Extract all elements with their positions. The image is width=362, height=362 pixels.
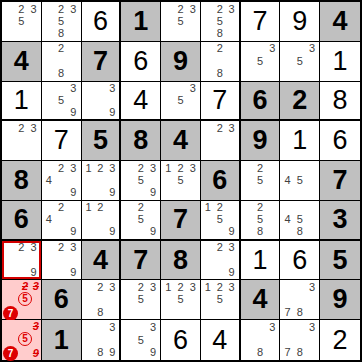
cell-r8c7[interactable]: 4 <box>241 280 281 320</box>
pencil-marks: 1239 <box>83 162 119 199</box>
pencil-marks: 2349 <box>43 162 80 199</box>
candidate-3: 3 <box>28 242 40 254</box>
candidate-2: 2 <box>135 202 147 214</box>
cell-r6c2[interactable]: 249 <box>42 201 82 241</box>
candidate-1: 1 <box>83 162 95 174</box>
candidate-5: 5 <box>135 334 147 347</box>
pencil-marks: 258 <box>242 202 279 238</box>
candidate-2: 2 <box>214 242 226 254</box>
given-digit: 8 <box>173 247 188 274</box>
candidate-9: 9 <box>106 106 118 118</box>
candidate-2: 2 <box>55 202 67 214</box>
mark-slot-5: 5 <box>18 332 32 346</box>
candidate-5: 5 <box>294 174 306 186</box>
cell-r8c9[interactable]: 9 <box>320 280 360 320</box>
entered-digit: 6 <box>333 127 348 154</box>
pencil-marks: 259 <box>122 202 159 238</box>
entered-digit: 8 <box>333 87 348 114</box>
given-digit: 2 <box>292 87 307 114</box>
candidate-8: 8 <box>294 226 306 238</box>
candidate-2: 2 <box>214 202 226 214</box>
candidate-8: 8 <box>94 346 106 359</box>
eliminated-candidate-2: 2 <box>18 281 32 292</box>
candidate-3: 3 <box>266 43 278 55</box>
entered-digit: 2 <box>333 327 348 354</box>
pencil-marks: 239 <box>202 242 238 279</box>
pencil-marks: 28 <box>202 43 238 80</box>
cell-r8c4[interactable]: 235 <box>121 280 161 320</box>
pencil-marks: 235 <box>122 281 159 318</box>
cell-r3c3[interactable]: 39 <box>82 82 122 122</box>
cell-r5c6[interactable]: 6 <box>201 161 241 201</box>
entered-digit: 7 <box>212 87 227 114</box>
candidate-2: 2 <box>174 162 186 174</box>
cell-r5c7[interactable]: 25 <box>241 161 281 201</box>
candidate-2: 2 <box>214 43 226 55</box>
candidate-3: 3 <box>106 281 118 293</box>
candidate-3: 3 <box>67 3 79 15</box>
candidate-5: 5 <box>214 15 226 27</box>
candidate-4: 4 <box>281 174 293 186</box>
cell-r3c9[interactable]: 8 <box>320 82 360 122</box>
candidate-9: 9 <box>147 346 159 359</box>
entered-digit: 1 <box>253 247 268 274</box>
cell-r1c8[interactable]: 9 <box>280 2 320 42</box>
pencil-marks: 378 <box>281 281 318 318</box>
cell-r7c2[interactable]: 239 <box>42 241 82 281</box>
candidate-3: 3 <box>67 83 79 95</box>
entered-digit: 7 <box>253 8 268 35</box>
candidate-3: 3 <box>147 162 159 174</box>
pencil-marks: 359 <box>43 83 80 119</box>
eliminated-candidate-3: 3 <box>32 281 40 292</box>
cell-r4c6[interactable]: 23 <box>201 121 241 161</box>
cell-r7c3[interactable]: 4 <box>82 241 122 281</box>
given-digit: 6 <box>54 286 69 313</box>
candidate-2: 2 <box>55 43 67 55</box>
candidate-8: 8 <box>214 67 226 79</box>
cell-r9c7[interactable]: 38 <box>241 320 281 360</box>
candidate-9: 9 <box>28 266 40 278</box>
candidate-2: 2 <box>214 122 226 134</box>
candidate-8: 8 <box>55 28 67 40</box>
cell-r2c1[interactable]: 4 <box>2 42 42 82</box>
cell-r3c7[interactable]: 6 <box>241 82 281 122</box>
pencil-marks: 378 <box>281 321 318 359</box>
pencil-marks: 23 <box>3 122 40 159</box>
candidate-5: 5 <box>135 174 147 186</box>
candidate-5: 5 <box>15 15 27 27</box>
candidate-3: 3 <box>67 242 79 254</box>
cell-r5c8[interactable]: 45 <box>280 161 320 201</box>
cell-r9c4[interactable]: 359 <box>121 320 161 360</box>
eliminated-candidate-9: 9 <box>32 346 40 361</box>
cell-r9c2[interactable]: 1 <box>42 320 82 360</box>
cell-r8c3[interactable]: 238 <box>82 280 122 320</box>
candidate-8: 8 <box>94 306 106 318</box>
candidate-9: 9 <box>67 187 79 199</box>
given-digit: 5 <box>93 127 108 154</box>
candidate-5: 5 <box>174 174 186 186</box>
candidate-4: 4 <box>43 174 55 186</box>
placed-candidate-7: 7 <box>3 306 18 321</box>
cell-r6c6[interactable]: 1259 <box>201 201 241 241</box>
cell-r1c9[interactable]: 4 <box>320 2 360 42</box>
cell-r7c8[interactable]: 6 <box>280 241 320 281</box>
candidate-3: 3 <box>306 43 318 55</box>
cell-r1c5[interactable]: 235 <box>161 2 201 42</box>
candidate-5: 5 <box>174 294 186 306</box>
cell-r3c5[interactable]: 35 <box>161 82 201 122</box>
given-digit: 4 <box>253 286 268 313</box>
candidate-2: 2 <box>135 162 147 174</box>
candidate-2: 2 <box>55 3 67 15</box>
candidate-1: 1 <box>83 202 95 214</box>
candidate-5: 5 <box>55 94 67 106</box>
pencil-marks: 28 <box>43 43 80 80</box>
given-digit: 4 <box>173 127 188 154</box>
cell-r5c4[interactable]: 2359 <box>121 161 161 201</box>
candidate-3: 3 <box>106 83 118 95</box>
given-digit: 4 <box>93 247 108 274</box>
candidate-1: 1 <box>162 162 174 174</box>
circled-candidate-5: 5 <box>18 292 32 306</box>
cell-r6c8[interactable]: 458 <box>280 201 320 241</box>
candidate-2: 2 <box>94 162 106 174</box>
cell-r2c4[interactable]: 6 <box>121 42 161 82</box>
placed-candidate-7: 7 <box>3 346 18 361</box>
entered-digit: 1 <box>292 127 307 154</box>
given-digit: 3 <box>333 206 348 233</box>
candidate-5: 5 <box>254 214 266 226</box>
cell-r2c5[interactable]: 9 <box>161 42 201 82</box>
cell-r7c4[interactable]: 7 <box>121 241 161 281</box>
candidate-2: 2 <box>15 122 27 134</box>
candidate-5: 5 <box>135 214 147 226</box>
candidate-3: 3 <box>187 3 199 15</box>
candidate-5: 5 <box>254 55 266 67</box>
pencil-marks: 238 <box>83 281 119 318</box>
given-digit: 4 <box>333 8 348 35</box>
candidate-7: 7 <box>281 306 293 318</box>
cell-r6c9[interactable]: 3 <box>320 201 360 241</box>
pencil-marks: 2359 <box>122 162 159 199</box>
candidate-8: 8 <box>214 28 226 40</box>
cell-r4c8[interactable]: 1 <box>280 121 320 161</box>
eliminated-candidate-3: 3 <box>32 321 40 332</box>
candidate-3: 3 <box>187 83 199 95</box>
entered-digit: 4 <box>212 327 227 354</box>
candidate-2: 2 <box>174 3 186 15</box>
candidate-8: 8 <box>55 67 67 79</box>
cell-r6c3[interactable]: 129 <box>82 201 122 241</box>
cell-r1c4[interactable]: 1 <box>121 2 161 42</box>
candidate-8: 8 <box>254 226 266 238</box>
candidate-9: 9 <box>147 226 159 238</box>
cell-r6c1[interactable]: 6 <box>2 201 42 241</box>
mark-slot-5: 5 <box>18 292 32 306</box>
pencil-marks: 23 <box>202 122 238 159</box>
cell-r8c8[interactable]: 378 <box>280 280 320 320</box>
candidate-2: 2 <box>94 202 106 214</box>
entered-digit: 6 <box>173 327 188 354</box>
cell-r4c9[interactable]: 6 <box>320 121 360 161</box>
candidate-2: 2 <box>214 281 226 293</box>
cell-r5c1[interactable]: 8 <box>2 161 42 201</box>
entered-digit: 9 <box>292 8 307 35</box>
cell-r3c6[interactable]: 7 <box>201 82 241 122</box>
cell-r2c8[interactable]: 35 <box>280 42 320 82</box>
cell-r4c3[interactable]: 5 <box>82 121 122 161</box>
candidate-2: 2 <box>135 281 147 293</box>
candidate-4: 4 <box>281 214 293 226</box>
cell-r1c3[interactable]: 6 <box>82 2 122 42</box>
candidate-2: 2 <box>214 3 226 15</box>
entered-digit: 1 <box>14 87 29 114</box>
cell-r9c9[interactable]: 2 <box>320 320 360 360</box>
pencil-marks: 1235 <box>162 281 199 318</box>
pencil-marks: 239 <box>3 242 40 279</box>
candidate-3: 3 <box>187 162 199 174</box>
candidate-3: 3 <box>28 3 40 15</box>
cell-r2c9[interactable]: 1 <box>320 42 360 82</box>
cell-r7c1[interactable]: 239 <box>2 241 42 281</box>
given-digit: 7 <box>93 48 108 75</box>
candidate-3: 3 <box>226 242 238 254</box>
candidate-3: 3 <box>106 162 118 174</box>
candidate-9: 9 <box>106 226 118 238</box>
cell-r6c7[interactable]: 258 <box>241 201 281 241</box>
cell-r4c5[interactable]: 4 <box>161 121 201 161</box>
candidate-5: 5 <box>55 15 67 27</box>
candidate-3: 3 <box>266 321 278 334</box>
cell-r3c1[interactable]: 1 <box>2 82 42 122</box>
pencil-marks: 45 <box>281 162 318 199</box>
cell-r7c5[interactable]: 8 <box>161 241 201 281</box>
candidate-2: 2 <box>55 242 67 254</box>
candidate-9: 9 <box>226 226 238 238</box>
entered-digit: 7 <box>54 127 69 154</box>
candidate-2: 2 <box>15 3 27 15</box>
pencil-marks: 35 <box>242 43 279 80</box>
candidate-9: 9 <box>226 266 238 278</box>
mark-slot-7: 7 <box>3 346 18 361</box>
cell-r9c3[interactable]: 389 <box>82 320 122 360</box>
candidate-9: 9 <box>147 187 159 199</box>
candidate-5: 5 <box>174 15 186 27</box>
candidate-9: 9 <box>67 106 79 118</box>
cell-r4c4[interactable]: 8 <box>121 121 161 161</box>
given-digit: 6 <box>253 87 268 114</box>
cell-r7c6[interactable]: 239 <box>201 241 241 281</box>
cell-r5c5[interactable]: 1235 <box>161 161 201 201</box>
candidate-3: 3 <box>306 281 318 293</box>
pencil-marks: 389 <box>83 321 119 359</box>
entered-digit: 6 <box>133 48 148 75</box>
cell-r3c4[interactable]: 4 <box>121 82 161 122</box>
candidate-3: 3 <box>226 281 238 293</box>
candidate-3: 3 <box>306 321 318 334</box>
cell-r9c8[interactable]: 378 <box>280 320 320 360</box>
candidate-5: 5 <box>294 214 306 226</box>
candidate-1: 1 <box>202 281 214 293</box>
pencil-marks: 2358 <box>202 3 238 40</box>
pencil-marks: 359 <box>122 321 159 359</box>
entered-digit: 4 <box>133 87 148 114</box>
candidate-3: 3 <box>106 321 118 334</box>
given-digit: 6 <box>14 206 29 233</box>
candidate-8: 8 <box>294 306 306 318</box>
cell-r7c9[interactable]: 5 <box>320 241 360 281</box>
candidate-5: 5 <box>254 174 266 186</box>
candidate-9: 9 <box>106 346 118 359</box>
cell-r2c7[interactable]: 35 <box>241 42 281 82</box>
cell-r1c6[interactable]: 2358 <box>201 2 241 42</box>
candidate-3: 3 <box>226 122 238 134</box>
given-digit: 9 <box>253 127 268 154</box>
given-digit: 9 <box>173 48 188 75</box>
pencil-marks: 235 <box>162 3 199 40</box>
candidate-2: 2 <box>94 281 106 293</box>
cell-r9c5[interactable]: 6 <box>161 320 201 360</box>
given-digit: 8 <box>14 167 29 194</box>
pencil-marks: 1235 <box>162 162 199 199</box>
cell-r4c1[interactable]: 23 <box>2 121 42 161</box>
candidate-2: 2 <box>55 162 67 174</box>
pencil-marks: 25 <box>242 162 279 199</box>
pencil-marks: 129 <box>83 202 119 238</box>
candidate-5: 5 <box>174 94 186 106</box>
cell-r5c2[interactable]: 2349 <box>42 161 82 201</box>
pencil-marks: 35 <box>281 43 318 80</box>
cell-r3c8[interactable]: 2 <box>280 82 320 122</box>
hint-marks: 3579 <box>3 321 40 359</box>
candidate-7: 7 <box>281 346 293 359</box>
candidate-2: 2 <box>254 162 266 174</box>
entered-digit: 1 <box>333 48 348 75</box>
candidate-5: 5 <box>214 294 226 306</box>
pencil-marks: 1259 <box>202 202 238 238</box>
pencil-marks: 2358 <box>43 3 80 40</box>
cell-r8c6[interactable]: 1235 <box>201 280 241 320</box>
cell-r4c2[interactable]: 7 <box>42 121 82 161</box>
candidate-2: 2 <box>254 202 266 214</box>
pencil-marks: 35 <box>162 83 199 119</box>
given-digit: 4 <box>14 48 29 75</box>
cell-r6c4[interactable]: 259 <box>121 201 161 241</box>
candidate-5: 5 <box>294 55 306 67</box>
candidate-8: 8 <box>294 346 306 359</box>
pencil-marks: 458 <box>281 202 318 238</box>
cell-r4c7[interactable]: 9 <box>241 121 281 161</box>
entered-digit: 6 <box>93 8 108 35</box>
cell-r1c2[interactable]: 2358 <box>42 2 82 42</box>
pencil-marks: 249 <box>43 202 80 238</box>
cell-r5c9[interactable]: 7 <box>320 161 360 201</box>
entered-digit: 6 <box>292 247 307 274</box>
sudoku-board: 2352358612352358794428769283535113593943… <box>0 0 362 362</box>
mark-slot-7: 7 <box>3 306 18 321</box>
candidate-3: 3 <box>28 122 40 134</box>
given-digit: 5 <box>333 247 348 274</box>
given-digit: 6 <box>212 167 227 194</box>
candidate-8: 8 <box>254 346 266 359</box>
given-digit: 8 <box>133 127 148 154</box>
cell-r1c7[interactable]: 7 <box>241 2 281 42</box>
given-digit: 1 <box>54 327 69 354</box>
cell-r7c7[interactable]: 1 <box>241 241 281 281</box>
given-digit: 1 <box>133 8 148 35</box>
candidate-5: 5 <box>135 294 147 306</box>
cell-r1c1[interactable]: 235 <box>2 2 42 42</box>
candidate-2: 2 <box>174 281 186 293</box>
cell-r9c1[interactable]: 3579 <box>2 320 42 360</box>
candidate-9: 9 <box>67 226 79 238</box>
given-digit: 7 <box>133 247 148 274</box>
pencil-marks: 1235 <box>202 281 238 318</box>
candidate-9: 9 <box>67 266 79 278</box>
candidate-9: 9 <box>106 187 118 199</box>
candidate-3: 3 <box>147 281 159 293</box>
cell-r8c1[interactable]: 2357 <box>2 280 42 320</box>
candidate-3: 3 <box>147 321 159 334</box>
candidate-1: 1 <box>162 281 174 293</box>
cell-r8c5[interactable]: 1235 <box>161 280 201 320</box>
candidate-4: 4 <box>43 214 55 226</box>
candidate-3: 3 <box>67 162 79 174</box>
pencil-marks: 38 <box>242 321 279 359</box>
cell-r6c5[interactable]: 7 <box>161 201 201 241</box>
cell-r3c2[interactable]: 359 <box>42 82 82 122</box>
pencil-marks: 239 <box>43 242 80 279</box>
cell-r9c6[interactable]: 4 <box>201 320 241 360</box>
candidate-3: 3 <box>187 281 199 293</box>
candidate-1: 1 <box>202 202 214 214</box>
hint-marks: 2357 <box>3 281 40 318</box>
cell-r2c3[interactable]: 7 <box>82 42 122 82</box>
candidate-5: 5 <box>214 214 226 226</box>
cell-r2c6[interactable]: 28 <box>201 42 241 82</box>
cell-r5c3[interactable]: 1239 <box>82 161 122 201</box>
cell-r8c2[interactable]: 6 <box>42 280 82 320</box>
given-digit: 9 <box>333 286 348 313</box>
candidate-2: 2 <box>15 242 27 254</box>
pencil-marks: 235 <box>3 3 40 40</box>
pencil-marks: 39 <box>83 83 119 119</box>
circled-candidate-5: 5 <box>18 332 32 346</box>
cell-r2c2[interactable]: 28 <box>42 42 82 82</box>
given-digit: 7 <box>173 206 188 233</box>
given-digit: 7 <box>333 167 348 194</box>
candidate-3: 3 <box>226 3 238 15</box>
